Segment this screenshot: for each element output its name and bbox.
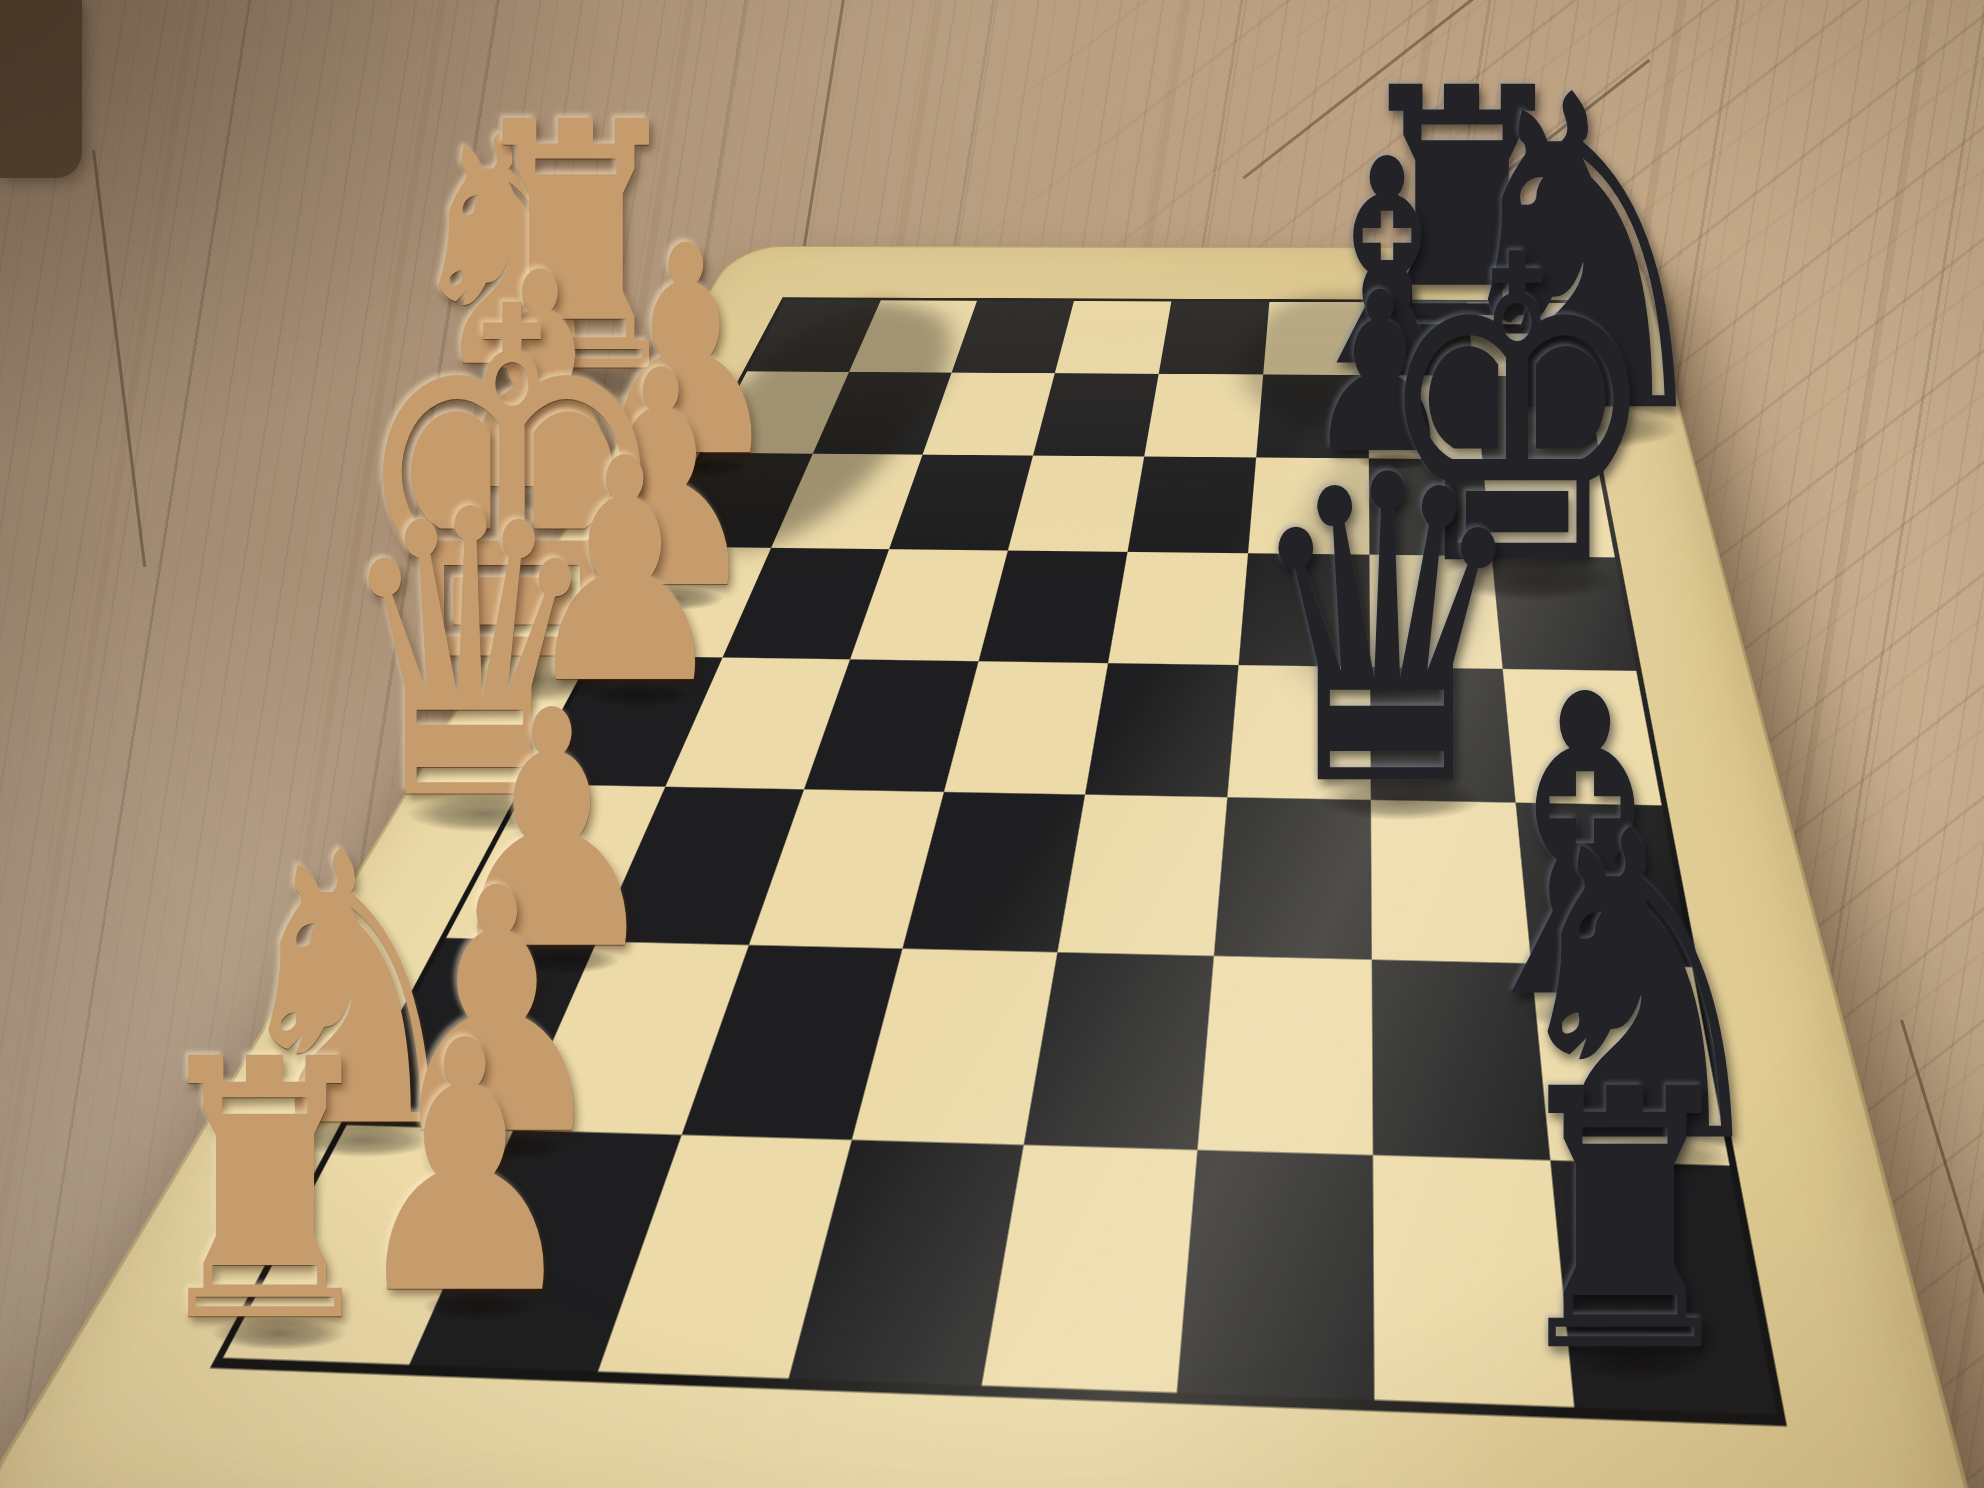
captured-piece-white-R[interactable]: ♜ — [143, 1013, 387, 1371]
photo-stage: ♝♜♟♞♚♛♝♞♜♟♟♟♟♟♟♞♜♟♚♛♞♜ — [0, 0, 1984, 1488]
piece-h1-black-R[interactable]: ♜ — [1503, 1043, 1747, 1401]
